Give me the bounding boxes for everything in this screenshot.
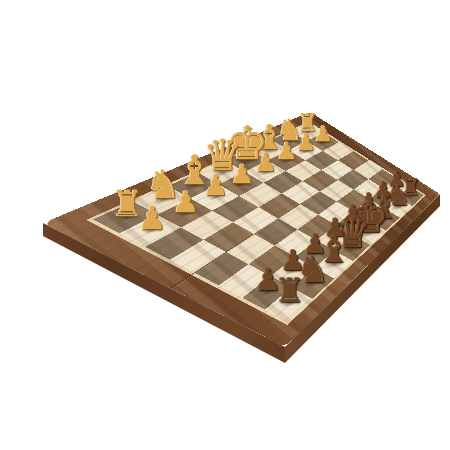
pieces-layer: ♜♞♝♛♚♝♞♜♟♟♟♟♟♟♟♟♟♟♟♟♟♟♟♟♜♞♝♛♚♝♞♜ xyxy=(0,0,450,450)
piece-black-pawn[interactable]: ♟ xyxy=(254,265,281,296)
piece-white-rook[interactable]: ♜ xyxy=(111,185,143,221)
product-photo-stage: ♜♞♝♛♚♝♞♜♟♟♟♟♟♟♟♟♟♟♟♟♟♟♟♟♜♞♝♛♚♝♞♜ xyxy=(0,0,450,450)
